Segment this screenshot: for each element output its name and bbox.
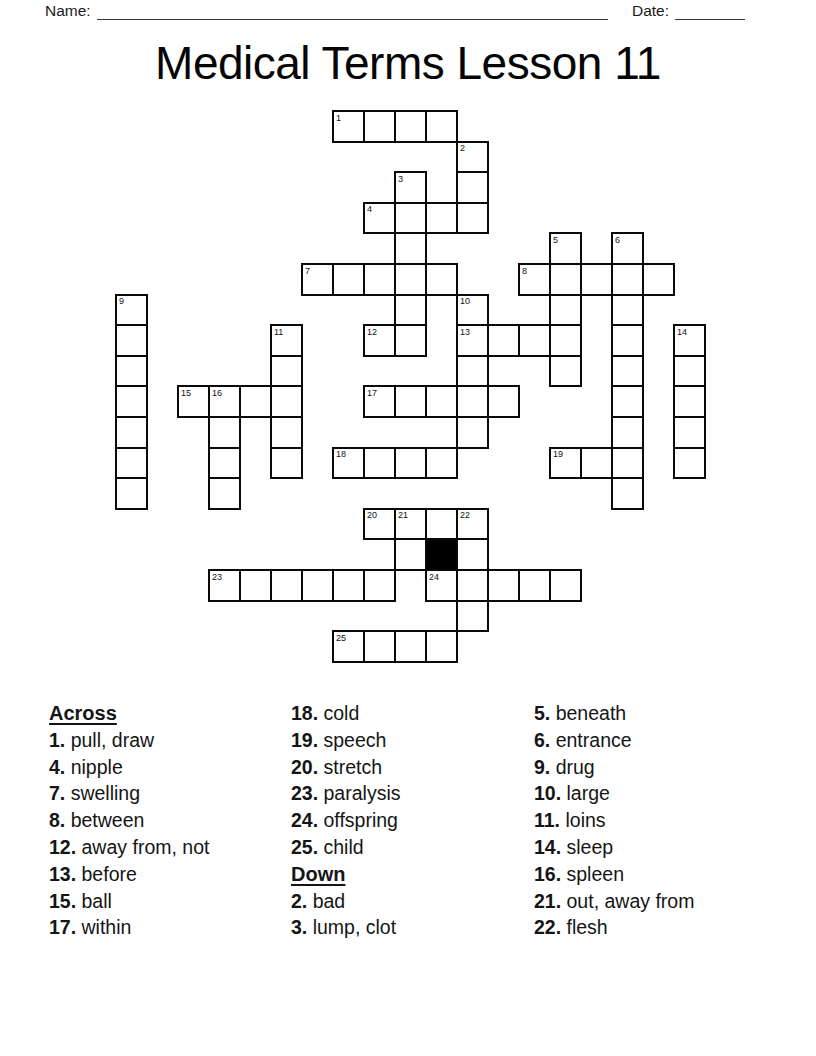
cell-number: 23	[212, 572, 222, 582]
grid-cell[interactable]	[549, 324, 582, 357]
clue-text: pull, draw	[65, 729, 154, 751]
clue-item: 15. ball	[49, 888, 284, 915]
grid-cell[interactable]	[239, 385, 272, 418]
grid-cell[interactable]: 2	[456, 141, 489, 174]
grid-cell[interactable]	[115, 416, 148, 449]
grid-cell[interactable]: 15	[177, 385, 210, 418]
grid-cell[interactable]	[673, 355, 706, 388]
cell-number: 16	[212, 388, 222, 398]
grid-cell[interactable]	[642, 263, 675, 296]
grid-cell[interactable]: 17	[363, 385, 396, 418]
clue-text: sleep	[561, 836, 613, 858]
cell-number: 8	[522, 266, 527, 276]
clue-item: 7. swelling	[49, 780, 284, 807]
cell-number: 4	[367, 204, 372, 214]
clue-number: 6.	[534, 729, 550, 751]
grid-cell[interactable]	[425, 110, 458, 143]
grid-cell[interactable]	[456, 385, 489, 418]
date-label: Date:	[632, 2, 669, 20]
clue-item: 11. loins	[534, 807, 804, 834]
clue-number: 3.	[291, 916, 307, 938]
name-label: Name:	[45, 2, 91, 20]
clue-text: stretch	[318, 756, 382, 778]
grid-cell[interactable]	[115, 447, 148, 480]
cell-number: 21	[398, 510, 408, 520]
clue-number: 14.	[534, 836, 561, 858]
clue-number: 9.	[534, 756, 550, 778]
grid-cell[interactable]: 20	[363, 508, 396, 541]
cell-number: 20	[367, 510, 377, 520]
clue-item: 24. offspring	[291, 807, 526, 834]
cell-number: 10	[460, 296, 470, 306]
grid-cell[interactable]	[456, 569, 489, 602]
grid-cell[interactable]	[394, 324, 427, 357]
grid-cell[interactable]	[611, 416, 644, 449]
grid-cell[interactable]	[549, 294, 582, 327]
clue-column-2: 18. cold19. speech20. stretch23. paralys…	[291, 700, 526, 941]
clue-item: 14. sleep	[534, 834, 804, 861]
grid-cell[interactable]	[456, 202, 489, 235]
clue-item: 3. lump, clot	[291, 914, 526, 941]
grid-cell[interactable]	[518, 569, 551, 602]
cell-number: 17	[367, 388, 377, 398]
grid-cell[interactable]	[673, 416, 706, 449]
grid-cell[interactable]	[115, 355, 148, 388]
grid-cell[interactable]: 10	[456, 294, 489, 327]
grid-cell[interactable]: 3	[394, 171, 427, 204]
grid-cell[interactable]	[363, 110, 396, 143]
grid-cell[interactable]: 18	[332, 447, 365, 480]
clue-text: speech	[318, 729, 386, 751]
grid-cell[interactable]: 8	[518, 263, 551, 296]
grid-cell[interactable]	[394, 232, 427, 265]
cell-number: 14	[677, 327, 687, 337]
grid-cell[interactable]	[394, 447, 427, 480]
clue-text: beneath	[550, 702, 626, 724]
clue-text: between	[65, 809, 144, 831]
down-heading: Down	[291, 861, 526, 888]
clue-text: swelling	[65, 782, 140, 804]
clue-number: 4.	[49, 756, 65, 778]
across-clue-list-continued: 18. cold19. speech20. stretch23. paralys…	[291, 700, 526, 861]
grid-cell[interactable]: 14	[673, 324, 706, 357]
grid-cell[interactable]: 19	[549, 447, 582, 480]
cell-number: 9	[119, 296, 124, 306]
date-input-line[interactable]	[675, 4, 745, 20]
clue-item: 20. stretch	[291, 754, 526, 781]
clue-text: loins	[560, 809, 606, 831]
grid-cell[interactable]	[115, 385, 148, 418]
grid-cell[interactable]	[611, 477, 644, 510]
clue-text: entrance	[550, 729, 631, 751]
grid-cell[interactable]	[115, 324, 148, 357]
down-clue-list-continued: 5. beneath6. entrance9. drug10. large11.…	[534, 700, 804, 941]
clue-text: flesh	[561, 916, 608, 938]
clue-item: 19. speech	[291, 727, 526, 754]
grid-cell[interactable]	[363, 447, 396, 480]
grid-cell[interactable]	[425, 630, 458, 663]
cell-number: 2	[460, 143, 465, 153]
page-title: Medical Terms Lesson 11	[0, 36, 816, 90]
grid-cell[interactable]: 1	[332, 110, 365, 143]
grid-cell[interactable]: 23	[208, 569, 241, 602]
grid-cell[interactable]	[332, 263, 365, 296]
grid-cell[interactable]: 4	[363, 202, 396, 235]
clue-item: 2. bad	[291, 888, 526, 915]
grid-cell[interactable]: 9	[115, 294, 148, 327]
clue-item: 10. large	[534, 780, 804, 807]
grid-cell[interactable]	[518, 324, 551, 357]
clue-text: large	[561, 782, 610, 804]
grid-cell[interactable]: 16	[208, 385, 241, 418]
grid-cell[interactable]	[394, 202, 427, 235]
grid-cell[interactable]: 7	[301, 263, 334, 296]
clue-number: 15.	[49, 890, 76, 912]
cell-number: 7	[305, 266, 310, 276]
clue-text: bad	[307, 890, 345, 912]
grid-cell[interactable]	[549, 263, 582, 296]
across-clue-list: 1. pull, draw4. nipple7. swelling8. betw…	[49, 727, 284, 941]
clue-text: cold	[318, 702, 359, 724]
clue-number: 12.	[49, 836, 76, 858]
grid-cell[interactable]: 21	[394, 508, 427, 541]
clue-number: 1.	[49, 729, 65, 751]
grid-cell[interactable]: 13	[456, 324, 489, 357]
grid-cell[interactable]	[270, 569, 303, 602]
clue-text: offspring	[318, 809, 398, 831]
down-clue-list: 2. bad3. lump, clot	[291, 888, 526, 942]
clue-item: 5. beneath	[534, 700, 804, 727]
grid-cell[interactable]	[425, 508, 458, 541]
grid-cell[interactable]	[487, 324, 520, 357]
crossword-grid: 1234567891011121314151617181920212223242…	[115, 110, 706, 663]
clue-number: 7.	[49, 782, 65, 804]
grid-cell[interactable]	[425, 202, 458, 235]
cell-number: 25	[336, 633, 346, 643]
grid-cell[interactable]	[208, 477, 241, 510]
cell-number: 19	[553, 449, 563, 459]
clue-number: 25.	[291, 836, 318, 858]
clue-text: within	[76, 916, 131, 938]
cell-number: 6	[615, 235, 620, 245]
clue-number: 24.	[291, 809, 318, 831]
clue-item: 4. nipple	[49, 754, 284, 781]
clue-number: 21.	[534, 890, 561, 912]
grid-cell[interactable]	[394, 263, 427, 296]
header-bar: Name: Date:	[45, 2, 745, 20]
grid-cell[interactable]: 12	[363, 324, 396, 357]
grid-cell[interactable]	[270, 416, 303, 449]
grid-cell[interactable]	[549, 355, 582, 388]
grid-cell[interactable]	[611, 294, 644, 327]
clue-text: before	[76, 863, 137, 885]
grid-cell[interactable]	[363, 630, 396, 663]
grid-cell[interactable]	[487, 385, 520, 418]
clue-item: 12. away from, not	[49, 834, 284, 861]
clue-number: 11.	[534, 809, 560, 831]
clue-number: 13.	[49, 863, 76, 885]
grid-cell[interactable]	[115, 477, 148, 510]
clue-item: 22. flesh	[534, 914, 804, 941]
clue-item: 13. before	[49, 861, 284, 888]
grid-cell[interactable]	[611, 447, 644, 480]
clue-item: 25. child	[291, 834, 526, 861]
clue-item: 16. spleen	[534, 861, 804, 888]
grid-cell[interactable]	[456, 600, 489, 633]
grid-cell[interactable]	[332, 569, 365, 602]
clue-text: away from, not	[76, 836, 209, 858]
grid-cell[interactable]	[301, 569, 334, 602]
grid-cell[interactable]	[425, 263, 458, 296]
grid-cell[interactable]	[394, 294, 427, 327]
clue-item: 8. between	[49, 807, 284, 834]
clue-text: ball	[76, 890, 112, 912]
clue-number: 5.	[534, 702, 550, 724]
clue-column-3: 5. beneath6. entrance9. drug10. large11.…	[534, 700, 804, 941]
clue-number: 22.	[534, 916, 561, 938]
clue-number: 10.	[534, 782, 561, 804]
clue-text: child	[318, 836, 364, 858]
grid-cell[interactable]	[270, 447, 303, 480]
across-heading: Across	[49, 700, 284, 727]
grid-cell[interactable]	[394, 630, 427, 663]
grid-cell[interactable]	[673, 385, 706, 418]
grid-cell[interactable]: 11	[270, 324, 303, 357]
clue-number: 16.	[534, 863, 561, 885]
clue-number: 20.	[291, 756, 318, 778]
cell-number: 3	[398, 174, 403, 184]
grid-cell[interactable]	[394, 385, 427, 418]
grid-cell[interactable]: 22	[456, 508, 489, 541]
cell-number: 1	[336, 113, 341, 123]
clue-number: 17.	[49, 916, 76, 938]
grid-cell[interactable]	[611, 385, 644, 418]
name-input-line[interactable]	[97, 4, 608, 20]
grid-cell[interactable]	[456, 355, 489, 388]
clue-column-1: Across 1. pull, draw4. nipple7. swelling…	[49, 700, 284, 941]
cell-number: 18	[336, 449, 346, 459]
clue-item: 17. within	[49, 914, 284, 941]
clue-number: 18.	[291, 702, 318, 724]
grid-cell[interactable]	[363, 263, 396, 296]
worksheet-page: Name: Date: Medical Terms Lesson 11 1234…	[0, 0, 816, 1056]
cell-number: 24	[429, 572, 439, 582]
clue-item: 1. pull, draw	[49, 727, 284, 754]
clue-item: 6. entrance	[534, 727, 804, 754]
grid-cell[interactable]	[456, 416, 489, 449]
clue-item: 18. cold	[291, 700, 526, 727]
black-cell	[425, 538, 458, 571]
grid-cell[interactable]	[549, 569, 582, 602]
grid-cell[interactable]	[363, 569, 396, 602]
grid-cell[interactable]	[611, 355, 644, 388]
clue-text: out, away from	[561, 890, 694, 912]
grid-cell[interactable]	[425, 447, 458, 480]
cell-number: 12	[367, 327, 377, 337]
cell-number: 13	[460, 327, 470, 337]
clue-text: spleen	[561, 863, 624, 885]
grid-cell[interactable]: 24	[425, 569, 458, 602]
cell-number: 5	[553, 235, 558, 245]
clue-number: 19.	[291, 729, 318, 751]
grid-cell[interactable]	[611, 324, 644, 357]
grid-cell[interactable]	[487, 569, 520, 602]
grid-cell[interactable]: 6	[611, 232, 644, 265]
clue-item: 9. drug	[534, 754, 804, 781]
grid-cell[interactable]: 5	[549, 232, 582, 265]
grid-cell[interactable]	[611, 263, 644, 296]
clue-text: paralysis	[318, 782, 400, 804]
cell-number: 15	[181, 388, 191, 398]
cell-number: 11	[274, 327, 283, 337]
grid-cell[interactable]	[425, 385, 458, 418]
grid-cell[interactable]	[580, 447, 613, 480]
clue-number: 8.	[49, 809, 65, 831]
grid-cell[interactable]	[394, 110, 427, 143]
grid-cell[interactable]	[673, 447, 706, 480]
clue-text: lump, clot	[307, 916, 396, 938]
grid-cell[interactable]	[270, 355, 303, 388]
grid-cell[interactable]	[456, 171, 489, 204]
cell-number: 22	[460, 510, 470, 520]
clue-item: 21. out, away from	[534, 888, 804, 915]
clue-number: 2.	[291, 890, 307, 912]
grid-cell[interactable]	[208, 416, 241, 449]
clue-text: nipple	[65, 756, 122, 778]
clue-item: 23. paralysis	[291, 780, 526, 807]
clue-number: 23.	[291, 782, 318, 804]
grid-cell[interactable]	[580, 263, 613, 296]
grid-cell[interactable]	[208, 447, 241, 480]
grid-cell[interactable]	[394, 538, 427, 571]
grid-cell[interactable]: 25	[332, 630, 365, 663]
grid-cell[interactable]	[456, 538, 489, 571]
clue-text: drug	[550, 756, 594, 778]
grid-cell[interactable]	[239, 569, 272, 602]
grid-cell[interactable]	[270, 385, 303, 418]
